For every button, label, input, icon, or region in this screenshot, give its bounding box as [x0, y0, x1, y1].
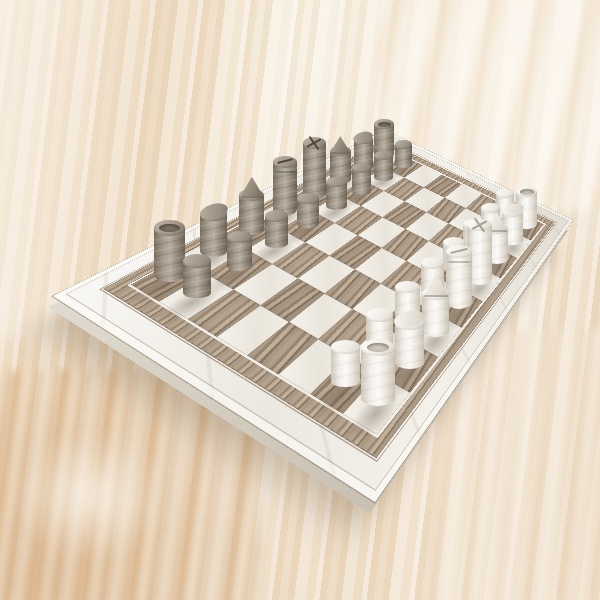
piece-gray-pawn-h7[interactable]	[395, 140, 413, 168]
piece-gray-pawn-e7[interactable]	[326, 177, 347, 210]
piece-body	[422, 294, 449, 337]
piece-gray-queen-d8[interactable]	[273, 156, 297, 216]
piece-white-pawn-a2[interactable]	[331, 340, 360, 387]
piece-body	[446, 251, 472, 309]
piece-gray-king-e8[interactable]	[303, 137, 326, 199]
piece-white-rook-a1[interactable]	[361, 339, 395, 407]
piece-white-queen-d1[interactable]	[446, 245, 472, 310]
cone-groove	[331, 152, 349, 154]
piece-gray-rook-a8[interactable]	[154, 220, 185, 282]
collar-groove	[273, 171, 297, 174]
piece-body	[303, 143, 326, 199]
piece-gray-pawn-d7[interactable]	[297, 193, 319, 229]
piece-gray-pawn-g7[interactable]	[374, 151, 393, 181]
piece-cap	[395, 140, 413, 149]
crater-top-icon	[520, 189, 534, 195]
piece-cap	[366, 308, 393, 322]
piece-body	[361, 347, 395, 406]
cone-top-icon	[331, 136, 350, 152]
cone-groove	[424, 295, 448, 297]
piece-gray-bishop-c8[interactable]	[239, 177, 264, 235]
piece-body	[273, 161, 297, 215]
piece-cap	[297, 193, 319, 204]
piece-gray-pawn-a7[interactable]	[183, 254, 211, 298]
collar-groove	[446, 261, 472, 264]
piece-gray-pawn-b7[interactable]	[227, 231, 253, 272]
piece-body	[154, 228, 185, 282]
piece-white-bishop-c1[interactable]	[422, 274, 449, 337]
piece-cap	[352, 163, 372, 173]
piece-gray-knight-b8[interactable]	[200, 205, 227, 257]
pieces-layer	[0, 0, 600, 600]
crater-top-icon	[378, 122, 391, 127]
photo-background	[0, 0, 600, 600]
piece-white-knight-b1[interactable]	[395, 312, 424, 369]
cone-top-icon	[240, 177, 263, 197]
piece-gray-pawn-f7[interactable]	[352, 163, 372, 195]
piece-cap	[183, 254, 211, 268]
crater-top-icon	[367, 343, 389, 352]
piece-gray-pawn-c7[interactable]	[265, 210, 289, 248]
piece-cap	[265, 210, 289, 222]
cone-groove	[241, 196, 263, 198]
cone-top-icon	[423, 274, 448, 295]
piece-cap	[481, 203, 500, 213]
piece-cap	[496, 189, 514, 198]
